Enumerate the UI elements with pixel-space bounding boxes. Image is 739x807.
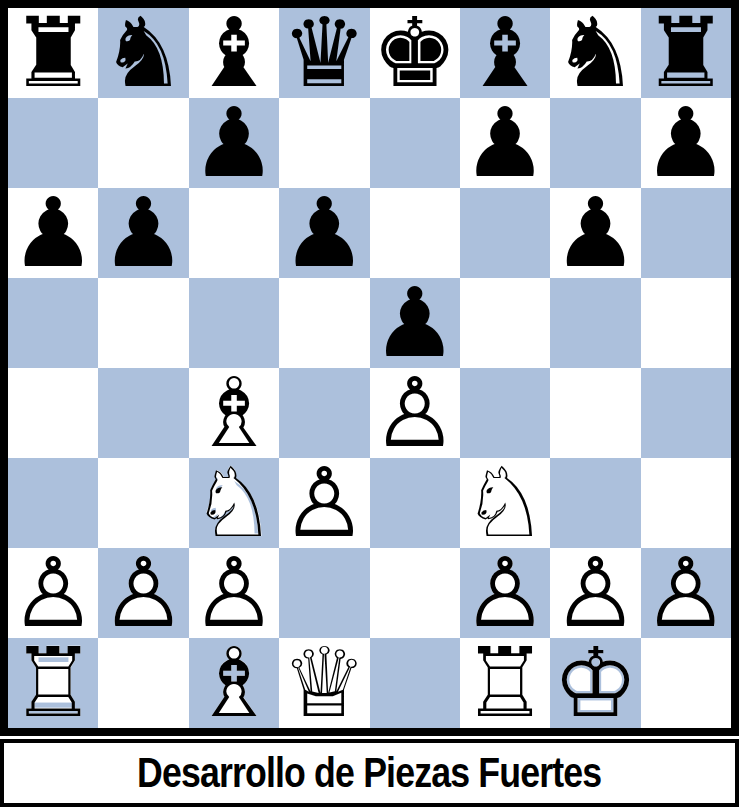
square-a5[interactable] [8, 278, 98, 368]
piece-black-rook: ♜ [8, 8, 98, 98]
square-f7[interactable]: ♟ [460, 98, 550, 188]
square-c3[interactable]: ♞♘ [189, 458, 279, 548]
piece-outline-layer: ♙ [550, 548, 640, 638]
piece-black-pawn: ♟ [189, 98, 279, 188]
square-d5[interactable] [279, 278, 369, 368]
square-d1[interactable]: ♛♕ [279, 638, 369, 728]
piece-white-pawn: ♟♙ [550, 548, 640, 638]
piece-outline-layer: ♘ [189, 458, 279, 548]
piece-glyph: ♟ [98, 188, 188, 278]
square-d4[interactable] [279, 368, 369, 458]
square-f5[interactable] [460, 278, 550, 368]
square-c6[interactable] [189, 188, 279, 278]
chess-board: ♜♞♝♛♚♝♞♜♟♟♟♟♟♟♟♟♝♗♟♙♞♘♟♙♞♘♟♙♟♙♟♙♟♙♟♙♟♙♜♖… [0, 0, 739, 736]
piece-black-pawn: ♟ [460, 98, 550, 188]
square-h5[interactable] [641, 278, 731, 368]
piece-glyph: ♛ [279, 8, 369, 98]
piece-black-pawn: ♟ [98, 188, 188, 278]
piece-glyph: ♞ [98, 8, 188, 98]
piece-white-king: ♚♔ [550, 638, 640, 728]
piece-glyph: ♞ [550, 8, 640, 98]
piece-white-pawn: ♟♙ [98, 548, 188, 638]
square-e1[interactable] [370, 638, 460, 728]
square-d6[interactable]: ♟ [279, 188, 369, 278]
square-c8[interactable]: ♝ [189, 8, 279, 98]
piece-black-bishop: ♝ [189, 8, 279, 98]
piece-white-queen: ♛♕ [279, 638, 369, 728]
square-a1[interactable]: ♜♖ [8, 638, 98, 728]
square-h1[interactable] [641, 638, 731, 728]
piece-glyph: ♝ [189, 8, 279, 98]
piece-white-pawn: ♟♙ [460, 548, 550, 638]
square-g3[interactable] [550, 458, 640, 548]
square-g7[interactable] [550, 98, 640, 188]
square-f8[interactable]: ♝ [460, 8, 550, 98]
square-b2[interactable]: ♟♙ [98, 548, 188, 638]
piece-glyph: ♜ [8, 8, 98, 98]
piece-glyph: ♜ [641, 8, 731, 98]
square-d8[interactable]: ♛ [279, 8, 369, 98]
piece-glyph: ♟ [8, 188, 98, 278]
piece-glyph: ♟ [189, 98, 279, 188]
piece-white-pawn: ♟♙ [8, 548, 98, 638]
square-f1[interactable]: ♜♖ [460, 638, 550, 728]
piece-outline-layer: ♙ [189, 548, 279, 638]
piece-black-rook: ♜ [641, 8, 731, 98]
square-a7[interactable] [8, 98, 98, 188]
square-b8[interactable]: ♞ [98, 8, 188, 98]
square-b5[interactable] [98, 278, 188, 368]
piece-white-pawn: ♟♙ [370, 368, 460, 458]
square-g6[interactable]: ♟ [550, 188, 640, 278]
square-e7[interactable] [370, 98, 460, 188]
piece-outline-layer: ♙ [370, 368, 460, 458]
piece-white-pawn: ♟♙ [641, 548, 731, 638]
piece-black-king: ♚ [370, 8, 460, 98]
square-b1[interactable] [98, 638, 188, 728]
piece-glyph: ♟ [550, 188, 640, 278]
square-h4[interactable] [641, 368, 731, 458]
piece-outline-layer: ♙ [460, 548, 550, 638]
square-f3[interactable]: ♞♘ [460, 458, 550, 548]
piece-white-rook: ♜♖ [8, 638, 98, 728]
piece-white-rook: ♜♖ [460, 638, 550, 728]
piece-glyph: ♟ [460, 98, 550, 188]
piece-black-knight: ♞ [98, 8, 188, 98]
piece-white-pawn: ♟♙ [279, 458, 369, 548]
square-b7[interactable] [98, 98, 188, 188]
square-e5[interactable]: ♟ [370, 278, 460, 368]
piece-white-bishop: ♝♗ [189, 368, 279, 458]
square-e4[interactable]: ♟♙ [370, 368, 460, 458]
square-e2[interactable] [370, 548, 460, 638]
square-c7[interactable]: ♟ [189, 98, 279, 188]
square-h3[interactable] [641, 458, 731, 548]
square-a3[interactable] [8, 458, 98, 548]
piece-outline-layer: ♙ [279, 458, 369, 548]
piece-glyph: ♟ [641, 98, 731, 188]
piece-glyph: ♝ [460, 8, 550, 98]
square-f2[interactable]: ♟♙ [460, 548, 550, 638]
square-g5[interactable] [550, 278, 640, 368]
piece-glyph: ♚ [370, 8, 460, 98]
piece-outline-layer: ♙ [98, 548, 188, 638]
piece-glyph: ♟ [279, 188, 369, 278]
piece-white-knight: ♞♘ [189, 458, 279, 548]
piece-black-pawn: ♟ [279, 188, 369, 278]
piece-black-pawn: ♟ [550, 188, 640, 278]
piece-outline-layer: ♙ [641, 548, 731, 638]
piece-black-knight: ♞ [550, 8, 640, 98]
square-a2[interactable]: ♟♙ [8, 548, 98, 638]
square-c1[interactable]: ♝♗ [189, 638, 279, 728]
square-h7[interactable]: ♟ [641, 98, 731, 188]
square-b4[interactable] [98, 368, 188, 458]
square-d3[interactable]: ♟♙ [279, 458, 369, 548]
square-h8[interactable]: ♜ [641, 8, 731, 98]
square-h2[interactable]: ♟♙ [641, 548, 731, 638]
square-b3[interactable] [98, 458, 188, 548]
piece-white-pawn: ♟♙ [189, 548, 279, 638]
square-b6[interactable]: ♟ [98, 188, 188, 278]
square-c2[interactable]: ♟♙ [189, 548, 279, 638]
piece-black-pawn: ♟ [8, 188, 98, 278]
square-g4[interactable] [550, 368, 640, 458]
piece-black-pawn: ♟ [641, 98, 731, 188]
square-a8[interactable]: ♜ [8, 8, 98, 98]
square-g1[interactable]: ♚♔ [550, 638, 640, 728]
square-h6[interactable] [641, 188, 731, 278]
piece-black-queen: ♛ [279, 8, 369, 98]
slide: ♜♞♝♛♚♝♞♜♟♟♟♟♟♟♟♟♝♗♟♙♞♘♟♙♞♘♟♙♟♙♟♙♟♙♟♙♟♙♜♖… [0, 0, 739, 807]
square-f4[interactable] [460, 368, 550, 458]
piece-outline-layer: ♗ [189, 638, 279, 728]
square-f6[interactable] [460, 188, 550, 278]
square-a4[interactable] [8, 368, 98, 458]
piece-outline-layer: ♖ [460, 638, 550, 728]
piece-black-pawn: ♟ [370, 278, 460, 368]
square-g2[interactable]: ♟♙ [550, 548, 640, 638]
piece-black-bishop: ♝ [460, 8, 550, 98]
square-d2[interactable] [279, 548, 369, 638]
piece-outline-layer: ♕ [279, 638, 369, 728]
square-e8[interactable]: ♚ [370, 8, 460, 98]
piece-outline-layer: ♔ [550, 638, 640, 728]
square-e6[interactable] [370, 188, 460, 278]
square-d7[interactable] [279, 98, 369, 188]
piece-white-bishop: ♝♗ [189, 638, 279, 728]
square-e3[interactable] [370, 458, 460, 548]
square-c5[interactable] [189, 278, 279, 368]
square-c4[interactable]: ♝♗ [189, 368, 279, 458]
square-g8[interactable]: ♞ [550, 8, 640, 98]
piece-white-knight: ♞♘ [460, 458, 550, 548]
square-a6[interactable]: ♟ [8, 188, 98, 278]
caption: Desarrollo de Piezas Fuertes [0, 739, 739, 807]
piece-outline-layer: ♙ [8, 548, 98, 638]
piece-outline-layer: ♖ [8, 638, 98, 728]
piece-outline-layer: ♘ [460, 458, 550, 548]
piece-glyph: ♟ [370, 278, 460, 368]
caption-text: Desarrollo de Piezas Fuertes [137, 749, 601, 797]
piece-outline-layer: ♗ [189, 368, 279, 458]
